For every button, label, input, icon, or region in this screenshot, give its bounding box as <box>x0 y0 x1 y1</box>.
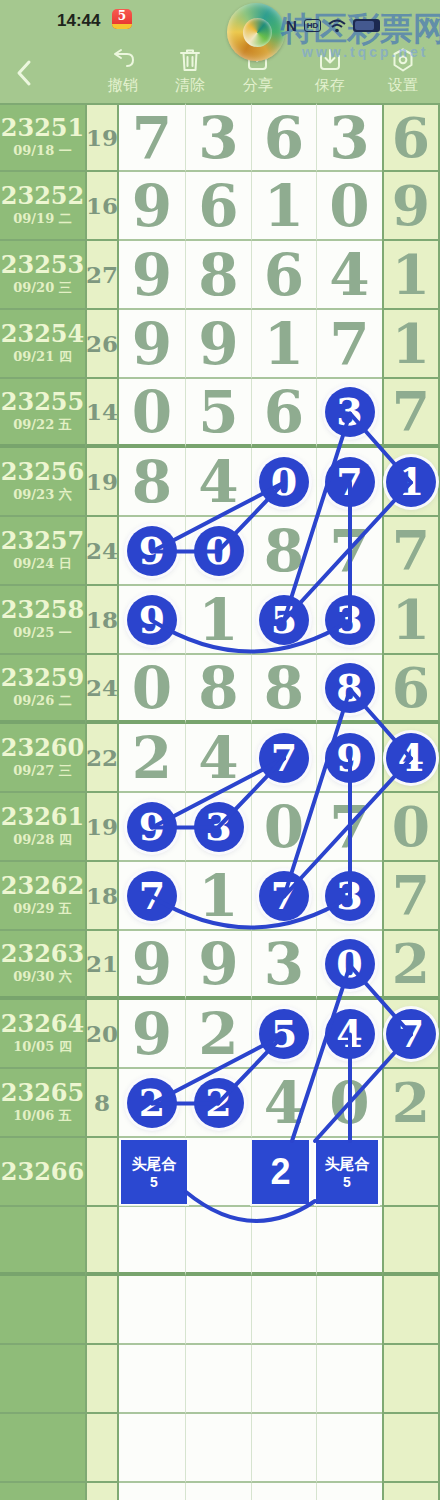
digit-cell[interactable] <box>119 1483 186 1500</box>
digit-cell[interactable]: 7 <box>317 448 382 517</box>
issue-date: 09/18 一 <box>13 142 71 160</box>
digit-cell[interactable] <box>317 1207 382 1276</box>
digit-cell[interactable]: 1 <box>252 172 317 241</box>
sum-cell: 19 <box>85 103 119 172</box>
circled-digit: 7 <box>325 457 375 507</box>
tail-digit-cell[interactable] <box>382 1138 440 1207</box>
digit-cell[interactable]: 4 <box>317 1000 382 1069</box>
circled-digit: 3 <box>325 387 375 437</box>
digit-cell[interactable] <box>186 1138 252 1207</box>
digit-cell[interactable]: 7 <box>252 724 317 793</box>
circled-digit: 9 <box>127 802 177 852</box>
issue-cell: 2325809/25 一 <box>0 586 85 655</box>
sum-value: 20 <box>86 1020 118 1047</box>
digit-cell[interactable]: 5 <box>252 586 317 655</box>
issue-number: 23266 <box>1 1159 85 1184</box>
digit-cell[interactable]: 7 <box>317 517 382 586</box>
chart-row: 2326009/27 三2224794 <box>0 724 440 793</box>
sum-value: 19 <box>86 124 118 151</box>
digit-cell[interactable]: 5 <box>186 379 252 448</box>
issue-date: 10/05 四 <box>13 1038 71 1056</box>
sum-cell: 16 <box>85 172 119 241</box>
sum-value: 21 <box>86 950 118 977</box>
head-tail-sum-value: 5 <box>343 1174 351 1190</box>
digit-cell[interactable]: 9 <box>186 931 252 1000</box>
issue-cell: 2326410/05 四 <box>0 1000 85 1069</box>
circled-digit: 5 <box>259 1009 309 1059</box>
digit-cell[interactable] <box>119 1345 186 1414</box>
issue-cell: 2325709/24 日 <box>0 517 85 586</box>
issue-cell: 2325509/22 五 <box>0 379 85 448</box>
chart-row: 2325909/26 二2408886 <box>0 655 440 724</box>
digit-cell[interactable]: 3 <box>252 931 317 1000</box>
digit: 7 <box>329 315 369 373</box>
digit-cell[interactable]: 0 <box>119 655 186 724</box>
digit: 6 <box>264 246 304 304</box>
tail-digit-cell[interactable]: 2 <box>382 931 440 1000</box>
chart-row: 2325309/20 三2798641 <box>0 241 440 310</box>
tail-digit-cell[interactable] <box>382 1414 440 1483</box>
tail-digit: 0 <box>392 799 430 854</box>
issue-cell: 23266 <box>0 1138 85 1207</box>
tail-digit: 6 <box>392 110 430 165</box>
digit-cell[interactable] <box>317 1345 382 1414</box>
sum-cell <box>85 1138 119 1207</box>
digit-cell[interactable]: 8 <box>252 517 317 586</box>
digit-cell[interactable]: 4 <box>252 1069 317 1138</box>
tail-digit-cell[interactable] <box>382 1345 440 1414</box>
sum-cell: 22 <box>85 724 119 793</box>
digit-cell[interactable] <box>186 1276 252 1345</box>
digit: 7 <box>329 522 369 580</box>
digit: 3 <box>329 109 369 167</box>
digit-cell[interactable] <box>252 1345 317 1414</box>
sum-cell: 18 <box>85 586 119 655</box>
tail-digit-cell[interactable]: 7 <box>382 862 440 931</box>
tail-digit: 1 <box>392 592 430 647</box>
circled-digit: 4 <box>325 1009 375 1059</box>
digit-cell[interactable]: 6 <box>252 241 317 310</box>
sum-value: 18 <box>86 882 118 909</box>
issue-cell <box>0 1483 85 1500</box>
circled-digit: 7 <box>127 871 177 921</box>
issue-cell: 2325309/20 三 <box>0 241 85 310</box>
chart-row: 2326209/29 五1871737 <box>0 862 440 931</box>
sum-value: 19 <box>86 468 118 495</box>
digit-cell[interactable]: 2 <box>186 1000 252 1069</box>
digit: 1 <box>264 177 304 235</box>
tail-digit-cell[interactable]: 7 <box>382 1000 440 1069</box>
issue-date: 10/06 五 <box>13 1107 71 1125</box>
issue-number: 23263 <box>1 941 85 966</box>
circled-digit: 1 <box>386 457 436 507</box>
digit-cell[interactable]: 0 <box>252 793 317 862</box>
digit: 9 <box>132 935 172 993</box>
digit: 8 <box>198 246 238 304</box>
digit-cell[interactable]: 7 <box>119 862 186 931</box>
sum-value: 24 <box>86 537 118 564</box>
circled-digit: 2 <box>194 1078 244 1128</box>
digit-cell[interactable] <box>317 1276 382 1345</box>
predicted-digit-box[interactable]: 2 <box>252 1140 309 1204</box>
sum-cell <box>85 1483 119 1500</box>
sum-value: 24 <box>86 674 118 701</box>
circled-digit: 4 <box>386 733 436 783</box>
chart-row <box>0 1207 440 1276</box>
digit-cell[interactable] <box>186 1483 252 1500</box>
sum-cell: 24 <box>85 655 119 724</box>
tail-digit-cell[interactable]: 2 <box>382 1069 440 1138</box>
issue-cell: 2326109/28 四 <box>0 793 85 862</box>
sum-cell: 24 <box>85 517 119 586</box>
save-download-icon <box>317 47 343 73</box>
digit-cell[interactable]: 1 <box>252 310 317 379</box>
chart-row: 2326309/30 六2199302 <box>0 931 440 1000</box>
issue-date: 09/22 五 <box>13 416 71 434</box>
sum-cell <box>85 1414 119 1483</box>
issue-cell: 2326510/06 五 <box>0 1069 85 1138</box>
sum-cell: 27 <box>85 241 119 310</box>
digit-cell[interactable]: 2 <box>119 724 186 793</box>
digit: 8 <box>132 453 172 511</box>
issue-date: 09/25 一 <box>13 624 71 642</box>
issue-date: 09/24 日 <box>13 555 71 573</box>
digit-cell[interactable] <box>119 1276 186 1345</box>
issue-date: 09/28 四 <box>13 831 71 849</box>
digit-cell[interactable]: 5 <box>252 1000 317 1069</box>
chart-row: 2325209/19 二1696109 <box>0 172 440 241</box>
chart-row <box>0 1276 440 1345</box>
tail-digit: 2 <box>392 1075 430 1130</box>
issue-number: 23251 <box>1 115 85 140</box>
settings-label: 设置 <box>388 76 418 95</box>
digit-cell[interactable]: 9 <box>119 517 186 586</box>
issue-cell: 2325209/19 二 <box>0 172 85 241</box>
digit-cell[interactable]: 9 <box>317 724 382 793</box>
issue-number: 23262 <box>1 873 85 898</box>
circled-digit: 7 <box>259 871 309 921</box>
digit-cell[interactable]: 7 <box>252 862 317 931</box>
issue-cell <box>0 1207 85 1276</box>
head-tail-sum-box-left[interactable]: 头尾合5 <box>121 1140 187 1204</box>
issue-number: 23255 <box>1 389 85 414</box>
digit: 8 <box>198 659 238 717</box>
tail-digit-cell[interactable]: 7 <box>382 517 440 586</box>
digit-cell[interactable]: 6 <box>252 103 317 172</box>
lottery-app-badge-icon: 5 <box>112 9 132 29</box>
issue-date: 09/30 六 <box>13 968 71 986</box>
digit-cell[interactable]: 4 <box>317 241 382 310</box>
issue-cell <box>0 1345 85 1414</box>
digit: 5 <box>198 383 238 441</box>
issue-cell: 2326009/27 三 <box>0 724 85 793</box>
digit-cell[interactable]: 7 <box>317 310 382 379</box>
issue-number: 23253 <box>1 252 85 277</box>
digit: 9 <box>198 935 238 993</box>
digit: 4 <box>264 1074 304 1132</box>
digit-cell[interactable]: 0 <box>252 448 317 517</box>
clock-time: 14:44 <box>57 11 100 31</box>
tail-digit: 7 <box>392 868 430 923</box>
issue-date: 09/27 三 <box>13 762 71 780</box>
sum-cell <box>85 1276 119 1345</box>
digit-cell[interactable] <box>119 1207 186 1276</box>
digit-cell[interactable]: 9 <box>119 1000 186 1069</box>
digit: 0 <box>329 1074 369 1132</box>
digit-cell[interactable]: 9 <box>186 310 252 379</box>
circled-digit: 3 <box>325 595 375 645</box>
chart-row <box>0 1345 440 1414</box>
settings-button[interactable]: 设置 <box>371 47 435 95</box>
settings-nut-icon <box>390 47 416 73</box>
tail-digit-cell[interactable]: 1 <box>382 586 440 655</box>
chart-row <box>0 1414 440 1483</box>
trash-icon <box>177 47 203 73</box>
chart-row: 2326109/28 四1993070 <box>0 793 440 862</box>
chart-row: 2325709/24 日2490877 <box>0 517 440 586</box>
digit: 8 <box>264 522 304 580</box>
digit: 0 <box>132 383 172 441</box>
digit-cell[interactable]: 0 <box>317 172 382 241</box>
sum-cell: 19 <box>85 793 119 862</box>
digit: 9 <box>132 315 172 373</box>
digit: 0 <box>329 177 369 235</box>
issue-number: 23265 <box>1 1080 85 1105</box>
digit-cell[interactable]: 4 <box>186 724 252 793</box>
tail-digit-cell[interactable]: 6 <box>382 103 440 172</box>
sum-value: 26 <box>86 330 118 357</box>
digit: 2 <box>132 729 172 787</box>
head-tail-sum-label: 头尾合 <box>325 1155 370 1174</box>
digit: 7 <box>329 798 369 856</box>
issue-number: 23254 <box>1 321 85 346</box>
issue-date: 09/20 三 <box>13 279 71 297</box>
digit: 6 <box>264 109 304 167</box>
tail-digit-cell[interactable] <box>382 1276 440 1345</box>
digit: 9 <box>132 177 172 235</box>
digit-cell[interactable]: 8 <box>186 241 252 310</box>
digit-cell[interactable] <box>317 1483 382 1500</box>
head-tail-sum-box-right[interactable]: 头尾合5 <box>316 1140 378 1204</box>
back-button[interactable] <box>13 57 39 89</box>
digit-cell[interactable]: 8 <box>252 655 317 724</box>
circled-digit: 9 <box>127 526 177 576</box>
digit-cell[interactable]: 0 <box>317 1069 382 1138</box>
digit-cell[interactable]: 3 <box>186 103 252 172</box>
chart-row <box>0 1483 440 1500</box>
share-icon <box>245 47 271 73</box>
digit: 3 <box>264 935 304 993</box>
issue-cell: 2325409/21 四 <box>0 310 85 379</box>
digit-cell[interactable]: 2 <box>186 1069 252 1138</box>
digit-cell[interactable]: 7 <box>119 103 186 172</box>
trend-chart-table: 2325109/18 一19736362325209/19 二169610923… <box>0 0 440 1500</box>
digit-cell[interactable]: 0 <box>119 379 186 448</box>
issue-date: 09/29 五 <box>13 900 71 918</box>
chart-row: 2325809/25 一1891531 <box>0 586 440 655</box>
digit-cell[interactable]: 9 <box>119 241 186 310</box>
digit: 9 <box>198 315 238 373</box>
circled-digit: 8 <box>325 663 375 713</box>
digit: 0 <box>264 798 304 856</box>
digit: 2 <box>198 1005 238 1063</box>
sum-value: 27 <box>86 261 118 288</box>
circled-digit: 3 <box>194 802 244 852</box>
circled-digit: 0 <box>259 457 309 507</box>
digit: 8 <box>264 659 304 717</box>
tail-digit-cell[interactable]: 1 <box>382 448 440 517</box>
issue-date: 09/23 六 <box>13 486 71 504</box>
sum-cell: 21 <box>85 931 119 1000</box>
tail-digit: 7 <box>392 523 430 578</box>
digit-cell[interactable]: 7 <box>317 793 382 862</box>
digit-cell[interactable] <box>186 1414 252 1483</box>
issue-number: 23261 <box>1 804 85 829</box>
tail-digit-cell[interactable] <box>382 1483 440 1500</box>
issue-number: 23260 <box>1 735 85 760</box>
sum-cell <box>85 1207 119 1276</box>
digit-cell[interactable] <box>186 1345 252 1414</box>
digit-cell[interactable] <box>252 1483 317 1500</box>
circled-digit: 9 <box>325 733 375 783</box>
tail-digit-cell[interactable] <box>382 1207 440 1276</box>
sum-cell <box>85 1345 119 1414</box>
sum-value: 16 <box>86 192 118 219</box>
circled-digit: 0 <box>325 939 375 989</box>
sum-value: 22 <box>86 744 118 771</box>
tail-digit-cell[interactable]: 0 <box>382 793 440 862</box>
issue-number: 23257 <box>1 528 85 553</box>
digit-cell[interactable]: 3 <box>317 379 382 448</box>
tail-digit-cell[interactable]: 9 <box>382 172 440 241</box>
digit-cell[interactable]: 4 <box>186 448 252 517</box>
digit-cell[interactable] <box>317 1414 382 1483</box>
digit: 9 <box>132 1005 172 1063</box>
chart-row: 2325509/22 五1405637 <box>0 379 440 448</box>
digit: 4 <box>198 453 238 511</box>
tail-digit-cell[interactable]: 4 <box>382 724 440 793</box>
digit: 3 <box>198 109 238 167</box>
head-tail-sum-value: 5 <box>150 1174 158 1190</box>
digit-cell[interactable]: 8 <box>119 448 186 517</box>
digit-cell[interactable]: 6 <box>252 379 317 448</box>
issue-number: 23252 <box>1 183 85 208</box>
toolbar: 撤销 清除 分享 保存 设 <box>0 45 440 103</box>
digit-cell[interactable]: 9 <box>119 931 186 1000</box>
chart-row: 2325409/21 四2699171 <box>0 310 440 379</box>
tail-digit-cell[interactable]: 1 <box>382 241 440 310</box>
issue-number: 23264 <box>1 1011 85 1036</box>
lottery-trend-screen: 2325109/18 一19736362325209/19 二169610923… <box>0 0 440 1500</box>
tail-digit: 6 <box>392 660 430 715</box>
issue-cell <box>0 1276 85 1345</box>
digit-cell[interactable]: 1 <box>186 862 252 931</box>
digit: 0 <box>132 659 172 717</box>
digit-cell[interactable]: 8 <box>186 655 252 724</box>
digit-cell[interactable]: 9 <box>119 793 186 862</box>
share-label: 分享 <box>243 76 273 95</box>
issue-cell: 2325609/23 六 <box>0 448 85 517</box>
digit-cell[interactable]: 3 <box>317 586 382 655</box>
digit-cell[interactable] <box>252 1414 317 1483</box>
chart-row: 2326410/05 四2092547 <box>0 1000 440 1069</box>
issue-number: 23258 <box>1 597 85 622</box>
tail-digit: 2 <box>392 936 430 991</box>
digit-cell[interactable]: 9 <box>119 586 186 655</box>
sum-cell: 19 <box>85 448 119 517</box>
digit-cell[interactable]: 3 <box>317 103 382 172</box>
digit-cell[interactable]: 9 <box>119 310 186 379</box>
digit: 7 <box>132 109 172 167</box>
share-button[interactable]: 分享 <box>226 47 290 95</box>
circled-digit: 7 <box>259 733 309 783</box>
back-chevron-icon <box>13 58 35 88</box>
issue-cell: 2325909/26 二 <box>0 655 85 724</box>
sum-value: 19 <box>86 813 118 840</box>
sum-cell: 8 <box>85 1069 119 1138</box>
circled-digit: 2 <box>127 1078 177 1128</box>
sum-value: 14 <box>86 398 118 425</box>
circled-digit: 5 <box>259 595 309 645</box>
save-button[interactable]: 保存 <box>298 47 362 95</box>
tail-digit: 7 <box>392 384 430 439</box>
tail-digit: 1 <box>392 247 430 302</box>
sum-cell: 20 <box>85 1000 119 1069</box>
digit-cell[interactable] <box>186 1207 252 1276</box>
chart-row: 23266头尾合52头尾合5 <box>0 1138 440 1207</box>
tail-digit: 9 <box>392 178 430 233</box>
digit-cell[interactable]: 0 <box>186 517 252 586</box>
digit-cell[interactable]: 3 <box>186 793 252 862</box>
digit-cell[interactable]: 9 <box>119 172 186 241</box>
tail-digit-cell[interactable]: 6 <box>382 655 440 724</box>
digit: 4 <box>198 729 238 787</box>
digit-cell[interactable]: 3 <box>317 862 382 931</box>
digit-cell[interactable] <box>252 1207 317 1276</box>
digit: 6 <box>198 177 238 235</box>
clear-label: 清除 <box>175 76 205 95</box>
digit-cell[interactable]: 8 <box>317 655 382 724</box>
issue-cell <box>0 1414 85 1483</box>
digit-cell[interactable]: 0 <box>317 931 382 1000</box>
digit: 1 <box>264 315 304 373</box>
undo-button[interactable]: 撤销 <box>91 47 155 95</box>
digit-cell[interactable]: 2 <box>119 1069 186 1138</box>
predicted-digit-value: 2 <box>270 1151 290 1193</box>
clear-button[interactable]: 清除 <box>158 47 222 95</box>
tail-digit-cell[interactable]: 7 <box>382 379 440 448</box>
digit-cell[interactable]: 6 <box>186 172 252 241</box>
issue-cell: 2326209/29 五 <box>0 862 85 931</box>
chart-row: 2326510/06 五822402 <box>0 1069 440 1138</box>
digit-cell[interactable] <box>252 1276 317 1345</box>
save-label: 保存 <box>315 76 345 95</box>
digit-cell[interactable]: 1 <box>186 586 252 655</box>
undo-label: 撤销 <box>108 76 138 95</box>
sum-cell: 26 <box>85 310 119 379</box>
sum-value: 18 <box>86 606 118 633</box>
head-tail-sum-label: 头尾合 <box>132 1155 177 1174</box>
status-bar: 14:44 5 <box>0 0 440 45</box>
digit: 6 <box>264 383 304 441</box>
digit: 4 <box>329 246 369 304</box>
digit: 9 <box>132 246 172 304</box>
issue-cell: 2325109/18 一 <box>0 103 85 172</box>
circled-digit: 9 <box>127 595 177 645</box>
issue-number: 23256 <box>1 459 85 484</box>
digit-cell[interactable] <box>119 1414 186 1483</box>
tail-digit-cell[interactable]: 1 <box>382 310 440 379</box>
